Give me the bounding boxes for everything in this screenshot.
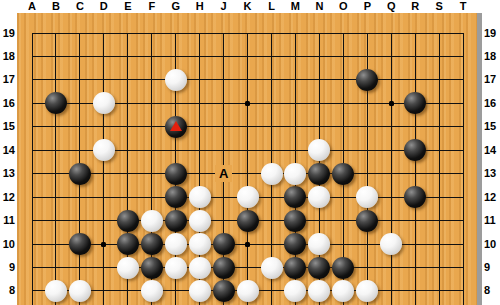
star-point bbox=[245, 242, 250, 247]
row-label-left-15: 15 bbox=[0, 120, 15, 133]
stone-white-h8[interactable] bbox=[189, 280, 211, 302]
point-label-a: A bbox=[215, 165, 232, 182]
stone-white-d14[interactable] bbox=[93, 139, 115, 161]
column-label-l: L bbox=[263, 0, 281, 12]
grid-line bbox=[103, 33, 104, 305]
row-label-right-11: 11 bbox=[484, 214, 500, 227]
grid-line bbox=[32, 126, 465, 127]
row-label-left-9: 9 bbox=[0, 261, 15, 274]
column-label-d: D bbox=[95, 0, 113, 12]
star-point bbox=[101, 242, 106, 247]
row-label-right-14: 14 bbox=[484, 144, 500, 157]
grid-line bbox=[415, 33, 416, 305]
stone-white-b8[interactable] bbox=[45, 280, 67, 302]
column-label-p: P bbox=[358, 0, 376, 12]
row-label-right-10: 10 bbox=[484, 238, 500, 251]
stone-white-e9[interactable] bbox=[117, 257, 139, 279]
column-label-c: C bbox=[71, 0, 89, 12]
stone-black-f10[interactable] bbox=[141, 233, 163, 255]
stone-black-j8[interactable] bbox=[213, 280, 235, 302]
stone-white-h11[interactable] bbox=[189, 210, 211, 232]
stone-white-c8[interactable] bbox=[69, 280, 91, 302]
board-edge-shadow bbox=[477, 13, 482, 305]
grid-line bbox=[439, 33, 440, 305]
stone-black-e11[interactable] bbox=[117, 210, 139, 232]
stone-black-j9[interactable] bbox=[213, 257, 235, 279]
stone-black-k11[interactable] bbox=[237, 210, 259, 232]
grid-line bbox=[32, 56, 465, 57]
row-label-left-13: 13 bbox=[0, 167, 15, 180]
stone-black-n13[interactable] bbox=[308, 163, 330, 185]
row-label-right-12: 12 bbox=[484, 191, 500, 204]
column-label-e: E bbox=[119, 0, 137, 12]
column-label-o: O bbox=[334, 0, 352, 12]
stone-black-g12[interactable] bbox=[165, 186, 187, 208]
star-point bbox=[389, 101, 394, 106]
grid-line bbox=[463, 33, 464, 305]
stone-white-g9[interactable] bbox=[165, 257, 187, 279]
stone-black-j10[interactable] bbox=[213, 233, 235, 255]
stone-white-h10[interactable] bbox=[189, 233, 211, 255]
stone-white-f8[interactable] bbox=[141, 280, 163, 302]
grid-line bbox=[247, 33, 248, 305]
column-label-m: M bbox=[286, 0, 304, 12]
stone-black-f9[interactable] bbox=[141, 257, 163, 279]
row-label-right-18: 18 bbox=[484, 50, 500, 63]
stone-black-e10[interactable] bbox=[117, 233, 139, 255]
stone-white-h12[interactable] bbox=[189, 186, 211, 208]
row-label-left-14: 14 bbox=[0, 144, 15, 157]
row-label-left-11: 11 bbox=[0, 214, 15, 227]
row-label-left-16: 16 bbox=[0, 97, 15, 110]
stone-white-l9[interactable] bbox=[261, 257, 283, 279]
triangle-mark bbox=[170, 121, 182, 131]
column-label-n: N bbox=[310, 0, 328, 12]
column-label-h: H bbox=[191, 0, 209, 12]
stone-black-g13[interactable] bbox=[165, 163, 187, 185]
row-label-right-15: 15 bbox=[484, 120, 500, 133]
stone-white-h9[interactable] bbox=[189, 257, 211, 279]
stone-white-f11[interactable] bbox=[141, 210, 163, 232]
row-label-right-13: 13 bbox=[484, 167, 500, 180]
row-label-left-18: 18 bbox=[0, 50, 15, 63]
stone-black-p11[interactable] bbox=[356, 210, 378, 232]
stone-white-k12[interactable] bbox=[237, 186, 259, 208]
column-label-b: B bbox=[47, 0, 65, 12]
grid-line bbox=[32, 33, 465, 34]
stone-black-n9[interactable] bbox=[308, 257, 330, 279]
stone-white-l13[interactable] bbox=[261, 163, 283, 185]
row-label-right-17: 17 bbox=[484, 73, 500, 86]
row-label-right-8: 8 bbox=[484, 284, 500, 297]
column-label-r: R bbox=[406, 0, 424, 12]
row-label-right-16: 16 bbox=[484, 97, 500, 110]
grid-line bbox=[391, 33, 392, 305]
stone-black-g11[interactable] bbox=[165, 210, 187, 232]
column-label-a: A bbox=[23, 0, 41, 12]
column-label-s: S bbox=[430, 0, 448, 12]
stone-black-o9[interactable] bbox=[332, 257, 354, 279]
column-label-j: J bbox=[215, 0, 233, 12]
row-label-left-19: 19 bbox=[0, 27, 15, 40]
row-label-right-19: 19 bbox=[484, 27, 500, 40]
row-label-left-10: 10 bbox=[0, 238, 15, 251]
stone-white-k8[interactable] bbox=[237, 280, 259, 302]
grid-line bbox=[32, 173, 465, 174]
go-diagram-screen: A ABCDEFGHJKLMNOPQRST1919181817171616151… bbox=[0, 0, 500, 305]
row-label-left-8: 8 bbox=[0, 284, 15, 297]
grid-line bbox=[55, 33, 56, 305]
stone-black-c10[interactable] bbox=[69, 233, 91, 255]
grid-line bbox=[32, 79, 465, 80]
stone-white-m13[interactable] bbox=[284, 163, 306, 185]
stone-black-m9[interactable] bbox=[284, 257, 306, 279]
column-label-t: T bbox=[454, 0, 472, 12]
column-label-k: K bbox=[239, 0, 257, 12]
stone-black-o13[interactable] bbox=[332, 163, 354, 185]
row-label-right-9: 9 bbox=[484, 261, 500, 274]
column-label-g: G bbox=[167, 0, 185, 12]
row-label-left-12: 12 bbox=[0, 191, 15, 204]
grid-line bbox=[32, 33, 33, 305]
column-label-f: F bbox=[143, 0, 161, 12]
stone-black-m11[interactable] bbox=[284, 210, 306, 232]
column-label-q: Q bbox=[382, 0, 400, 12]
stone-black-c13[interactable] bbox=[69, 163, 91, 185]
row-label-left-17: 17 bbox=[0, 73, 15, 86]
star-point bbox=[245, 101, 250, 106]
stone-white-g17[interactable] bbox=[165, 69, 187, 91]
stone-white-g10[interactable] bbox=[165, 233, 187, 255]
grid-line bbox=[32, 267, 465, 268]
